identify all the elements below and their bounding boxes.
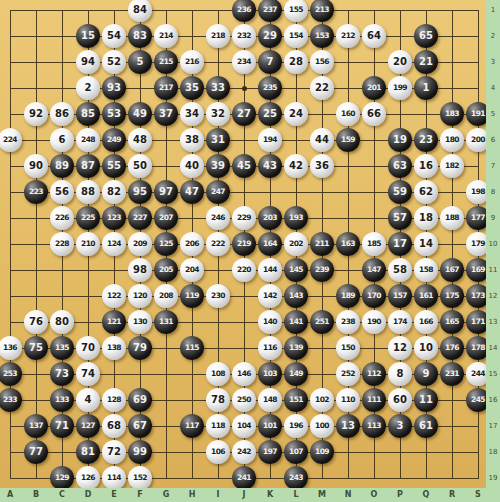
column-label: E	[107, 490, 121, 499]
go-stone-white-136: 136	[0, 336, 22, 360]
go-stone-black-35: 35	[180, 76, 204, 100]
grid-line	[452, 10, 453, 479]
column-label: P	[393, 490, 407, 499]
go-stone-white-158: 158	[414, 258, 438, 282]
go-stone-white-90: 90	[24, 154, 48, 178]
go-stone-white-114: 114	[102, 466, 126, 490]
go-stone-white-8: 8	[388, 362, 412, 386]
go-stone-black-49: 49	[128, 102, 152, 126]
go-stone-white-146: 146	[232, 362, 256, 386]
go-stone-white-108: 108	[206, 362, 230, 386]
go-stone-white-218: 218	[206, 24, 230, 48]
go-stone-black-33: 33	[206, 76, 230, 100]
column-label: I	[211, 490, 225, 499]
go-stone-white-12: 12	[388, 336, 412, 360]
go-stone-black-71: 71	[50, 414, 74, 438]
column-label: O	[367, 490, 381, 499]
go-stone-white-28: 28	[284, 50, 308, 74]
go-stone-white-22: 22	[310, 76, 334, 100]
row-label: 5	[486, 110, 500, 118]
go-stone-black-175: 175	[440, 284, 464, 308]
go-stone-white-229: 229	[232, 206, 256, 230]
go-stone-black-107: 107	[284, 440, 308, 464]
go-stone-black-151: 151	[284, 388, 308, 412]
go-stone-black-121: 121	[102, 310, 126, 334]
go-stone-black-170: 170	[362, 284, 386, 308]
go-stone-white-140: 140	[258, 310, 282, 334]
go-stone-white-155: 155	[284, 0, 308, 22]
go-stone-white-54: 54	[102, 24, 126, 48]
go-stone-white-78: 78	[206, 388, 230, 412]
go-stone-white-194: 194	[258, 128, 282, 152]
go-stone-white-80: 80	[50, 310, 74, 334]
go-stone-white-84: 84	[128, 0, 152, 22]
go-stone-white-82: 82	[102, 180, 126, 204]
go-stone-black-117: 117	[180, 414, 204, 438]
row-label: 8	[486, 188, 500, 196]
go-stone-black-89: 89	[50, 154, 74, 178]
go-stone-white-182: 182	[440, 154, 464, 178]
go-stone-black-227: 227	[128, 206, 152, 230]
column-label: F	[133, 490, 147, 499]
go-stone-black-87: 87	[76, 154, 100, 178]
go-stone-white-122: 122	[102, 284, 126, 308]
go-stone-black-47: 47	[180, 180, 204, 204]
column-label: R	[445, 490, 459, 499]
go-stone-white-68: 68	[102, 414, 126, 438]
go-stone-white-188: 188	[440, 206, 464, 230]
row-label: 7	[486, 162, 500, 170]
go-stone-white-10: 10	[414, 336, 438, 360]
row-label: 4	[486, 84, 500, 92]
go-stone-white-234: 234	[232, 50, 256, 74]
go-stone-black-197: 197	[258, 440, 282, 464]
go-stone-black-183: 183	[440, 102, 464, 126]
go-stone-black-29: 29	[258, 24, 282, 48]
go-stone-black-75: 75	[24, 336, 48, 360]
go-stone-white-32: 32	[206, 102, 230, 126]
go-stone-white-148: 148	[258, 388, 282, 412]
go-stone-black-131: 131	[154, 310, 178, 334]
go-stone-black-253: 253	[0, 362, 22, 386]
go-stone-black-103: 103	[258, 362, 282, 386]
go-stone-white-116: 116	[258, 336, 282, 360]
go-stone-black-77: 77	[24, 440, 48, 464]
go-stone-black-236: 236	[232, 0, 256, 22]
go-stone-black-133: 133	[50, 388, 74, 412]
go-stone-black-167: 167	[440, 258, 464, 282]
go-stone-white-250: 250	[232, 388, 256, 412]
go-stone-white-156: 156	[310, 50, 334, 74]
go-stone-black-249: 249	[102, 128, 126, 152]
go-stone-black-57: 57	[388, 206, 412, 230]
row-label: 11	[486, 266, 500, 274]
go-stone-white-34: 34	[180, 102, 204, 126]
go-stone-white-220: 220	[232, 258, 256, 282]
column-label: Q	[419, 490, 433, 499]
go-stone-black-141: 141	[284, 310, 308, 334]
go-stone-white-150: 150	[336, 336, 360, 360]
go-stone-black-45: 45	[232, 154, 256, 178]
row-label: 15	[486, 370, 500, 378]
go-stone-black-129: 129	[50, 466, 74, 490]
go-stone-black-235: 235	[258, 76, 282, 100]
go-stone-black-153: 153	[310, 24, 334, 48]
go-stone-white-24: 24	[284, 102, 308, 126]
go-stone-black-239: 239	[310, 258, 334, 282]
go-stone-black-147: 147	[362, 258, 386, 282]
go-stone-white-14: 14	[414, 232, 438, 256]
go-stone-white-106: 106	[206, 440, 230, 464]
go-stone-black-93: 93	[102, 76, 126, 100]
row-label: 14	[486, 344, 500, 352]
go-stone-black-237: 237	[258, 0, 282, 22]
go-stone-black-1: 1	[414, 76, 438, 100]
column-label: C	[55, 490, 69, 499]
go-stone-black-95: 95	[128, 180, 152, 204]
go-stone-white-66: 66	[362, 102, 386, 126]
go-stone-black-97: 97	[154, 180, 178, 204]
go-stone-white-64: 64	[362, 24, 386, 48]
go-stone-black-189: 189	[336, 284, 360, 308]
go-stone-white-204: 204	[180, 258, 204, 282]
go-stone-white-6: 6	[50, 128, 74, 152]
go-stone-black-137: 137	[24, 414, 48, 438]
go-stone-white-4: 4	[76, 388, 100, 412]
go-stone-black-59: 59	[388, 180, 412, 204]
go-stone-black-231: 231	[440, 362, 464, 386]
go-stone-white-50: 50	[128, 154, 152, 178]
row-label: 2	[486, 32, 500, 40]
go-stone-white-232: 232	[232, 24, 256, 48]
column-label: M	[315, 490, 329, 499]
go-stone-black-37: 37	[154, 102, 178, 126]
go-stone-white-142: 142	[258, 284, 282, 308]
go-stone-black-127: 127	[76, 414, 100, 438]
go-stone-black-143: 143	[284, 284, 308, 308]
go-stone-black-115: 115	[180, 336, 204, 360]
go-stone-black-203: 203	[258, 206, 282, 230]
go-stone-white-222: 222	[206, 232, 230, 256]
go-stone-black-73: 73	[50, 362, 74, 386]
go-stone-white-102: 102	[310, 388, 334, 412]
go-stone-white-56: 56	[50, 180, 74, 204]
go-stone-black-219: 219	[232, 232, 256, 256]
go-stone-white-202: 202	[284, 232, 308, 256]
go-stone-black-165: 165	[440, 310, 464, 334]
row-label: 17	[486, 422, 500, 430]
go-stone-white-128: 128	[102, 388, 126, 412]
go-stone-black-207: 207	[154, 206, 178, 230]
go-stone-white-196: 196	[284, 414, 308, 438]
go-stone-black-9: 9	[414, 362, 438, 386]
go-stone-white-154: 154	[284, 24, 308, 48]
column-label: B	[29, 490, 43, 499]
go-stone-white-100: 100	[310, 414, 334, 438]
column-label: J	[237, 490, 251, 499]
go-stone-white-16: 16	[414, 154, 438, 178]
go-stone-white-120: 120	[128, 284, 152, 308]
go-stone-white-214: 214	[154, 24, 178, 48]
go-stone-white-72: 72	[102, 440, 126, 464]
go-stone-white-160: 160	[336, 102, 360, 126]
go-stone-white-42: 42	[284, 154, 308, 178]
column-label: A	[3, 490, 17, 499]
go-stone-white-62: 62	[414, 180, 438, 204]
go-board[interactable]: 8423623715521315548321421823229154153212…	[0, 0, 500, 502]
go-stone-white-44: 44	[310, 128, 334, 152]
go-stone-white-209: 209	[128, 232, 152, 256]
go-stone-black-111: 111	[362, 388, 386, 412]
go-stone-white-180: 180	[440, 128, 464, 152]
go-stone-black-233: 233	[0, 388, 22, 412]
column-label: G	[159, 490, 173, 499]
go-stone-white-230: 230	[206, 284, 230, 308]
go-stone-white-226: 226	[50, 206, 74, 230]
go-stone-white-38: 38	[180, 128, 204, 152]
column-label: H	[185, 490, 199, 499]
go-stone-black-109: 109	[310, 440, 334, 464]
go-stone-black-113: 113	[362, 414, 386, 438]
go-stone-black-213: 213	[310, 0, 334, 22]
go-stone-black-31: 31	[206, 128, 230, 152]
go-stone-black-201: 201	[362, 76, 386, 100]
row-coordinates: 12345678910111213141516171819	[486, 0, 500, 502]
go-stone-black-193: 193	[284, 206, 308, 230]
go-stone-black-83: 83	[128, 24, 152, 48]
row-label: 6	[486, 136, 500, 144]
go-stone-black-149: 149	[284, 362, 308, 386]
go-stone-white-174: 174	[388, 310, 412, 334]
go-stone-black-55: 55	[102, 154, 126, 178]
go-stone-black-3: 3	[388, 414, 412, 438]
go-stone-black-7: 7	[258, 50, 282, 74]
go-stone-black-247: 247	[206, 180, 230, 204]
go-stone-black-27: 27	[232, 102, 256, 126]
go-stone-white-152: 152	[128, 466, 152, 490]
go-stone-white-206: 206	[180, 232, 204, 256]
go-stone-white-118: 118	[206, 414, 230, 438]
go-stone-black-163: 163	[336, 232, 360, 256]
go-stone-black-15: 15	[76, 24, 100, 48]
go-stone-black-5: 5	[128, 50, 152, 74]
row-label: 1	[486, 6, 500, 14]
go-stone-white-208: 208	[154, 284, 178, 308]
go-stone-white-48: 48	[128, 128, 152, 152]
go-stone-black-176: 176	[440, 336, 464, 360]
go-stone-white-74: 74	[76, 362, 100, 386]
row-label: 18	[486, 448, 500, 456]
go-stone-black-53: 53	[102, 102, 126, 126]
go-stone-black-161: 161	[414, 284, 438, 308]
go-stone-black-215: 215	[154, 50, 178, 74]
go-stone-black-119: 119	[180, 284, 204, 308]
go-stone-black-243: 243	[284, 466, 308, 490]
go-stone-white-185: 185	[362, 232, 386, 256]
go-stone-black-19: 19	[388, 128, 412, 152]
go-stone-white-40: 40	[180, 154, 204, 178]
go-stone-black-69: 69	[128, 388, 152, 412]
go-stone-black-112: 112	[362, 362, 386, 386]
go-stone-black-21: 21	[414, 50, 438, 74]
go-stone-white-248: 248	[76, 128, 100, 152]
go-stone-black-63: 63	[388, 154, 412, 178]
go-stone-white-110: 110	[336, 388, 360, 412]
go-stone-black-79: 79	[128, 336, 152, 360]
column-label: L	[289, 490, 303, 499]
go-stone-white-98: 98	[128, 258, 152, 282]
go-stone-white-210: 210	[76, 232, 100, 256]
go-stone-white-18: 18	[414, 206, 438, 230]
go-stone-white-126: 126	[76, 466, 100, 490]
column-label: S	[471, 490, 485, 499]
go-stone-white-144: 144	[258, 258, 282, 282]
go-stone-white-20: 20	[388, 50, 412, 74]
go-stone-black-164: 164	[258, 232, 282, 256]
go-stone-white-60: 60	[388, 388, 412, 412]
go-stone-white-252: 252	[336, 362, 360, 386]
go-stone-black-225: 225	[76, 206, 100, 230]
go-stone-black-85: 85	[76, 102, 100, 126]
go-stone-white-166: 166	[414, 310, 438, 334]
row-label: 13	[486, 318, 500, 326]
row-label: 12	[486, 292, 500, 300]
go-stone-black-81: 81	[76, 440, 100, 464]
go-stone-black-241: 241	[232, 466, 256, 490]
go-stone-black-61: 61	[414, 414, 438, 438]
column-label: N	[341, 490, 355, 499]
go-stone-white-199: 199	[388, 76, 412, 100]
go-stone-black-39: 39	[206, 154, 230, 178]
column-coordinates: ABCDEFGHIJKLMNOPQRS	[0, 488, 500, 502]
go-stone-black-65: 65	[414, 24, 438, 48]
go-stone-black-135: 135	[50, 336, 74, 360]
go-stone-black-25: 25	[258, 102, 282, 126]
go-stone-black-23: 23	[414, 128, 438, 152]
go-stone-black-11: 11	[414, 388, 438, 412]
go-stone-black-157: 157	[388, 284, 412, 308]
go-stone-white-212: 212	[336, 24, 360, 48]
row-label: 19	[486, 474, 500, 482]
star-point	[242, 86, 247, 91]
go-stone-white-224: 224	[0, 128, 22, 152]
go-stone-white-58: 58	[388, 258, 412, 282]
go-stone-black-99: 99	[128, 440, 152, 464]
go-stone-black-223: 223	[24, 180, 48, 204]
column-label: D	[81, 490, 95, 499]
go-stone-white-104: 104	[232, 414, 256, 438]
go-kifu-viewer: { "game": "go", "view": {"width": 500, "…	[0, 0, 500, 502]
column-label: K	[263, 490, 277, 499]
go-stone-white-246: 246	[206, 206, 230, 230]
go-stone-black-139: 139	[284, 336, 308, 360]
go-stone-black-123: 123	[102, 206, 126, 230]
go-stone-white-70: 70	[76, 336, 100, 360]
go-stone-black-17: 17	[388, 232, 412, 256]
go-stone-black-145: 145	[284, 258, 308, 282]
row-label: 3	[486, 58, 500, 66]
go-stone-white-2: 2	[76, 76, 100, 100]
go-stone-white-216: 216	[180, 50, 204, 74]
go-stone-white-76: 76	[24, 310, 48, 334]
go-stone-black-159: 159	[336, 128, 360, 152]
go-stone-white-130: 130	[128, 310, 152, 334]
go-stone-black-125: 125	[154, 232, 178, 256]
go-stone-white-238: 238	[336, 310, 360, 334]
go-stone-white-88: 88	[76, 180, 100, 204]
go-stone-black-13: 13	[336, 414, 360, 438]
go-stone-white-228: 228	[50, 232, 74, 256]
go-stone-white-94: 94	[76, 50, 100, 74]
go-stone-white-190: 190	[362, 310, 386, 334]
go-stone-black-205: 205	[154, 258, 178, 282]
go-stone-black-67: 67	[128, 414, 152, 438]
go-stone-black-211: 211	[310, 232, 334, 256]
go-stone-black-251: 251	[310, 310, 334, 334]
go-stone-white-92: 92	[24, 102, 48, 126]
row-label: 16	[486, 396, 500, 404]
go-stone-white-124: 124	[102, 232, 126, 256]
go-stone-white-138: 138	[102, 336, 126, 360]
go-stone-black-43: 43	[258, 154, 282, 178]
go-stone-black-217: 217	[154, 76, 178, 100]
row-label: 9	[486, 214, 500, 222]
go-stone-white-86: 86	[50, 102, 74, 126]
go-stone-white-36: 36	[310, 154, 334, 178]
go-stone-white-242: 242	[232, 440, 256, 464]
row-label: 10	[486, 240, 500, 248]
go-stone-black-101: 101	[258, 414, 282, 438]
go-stone-white-52: 52	[102, 50, 126, 74]
